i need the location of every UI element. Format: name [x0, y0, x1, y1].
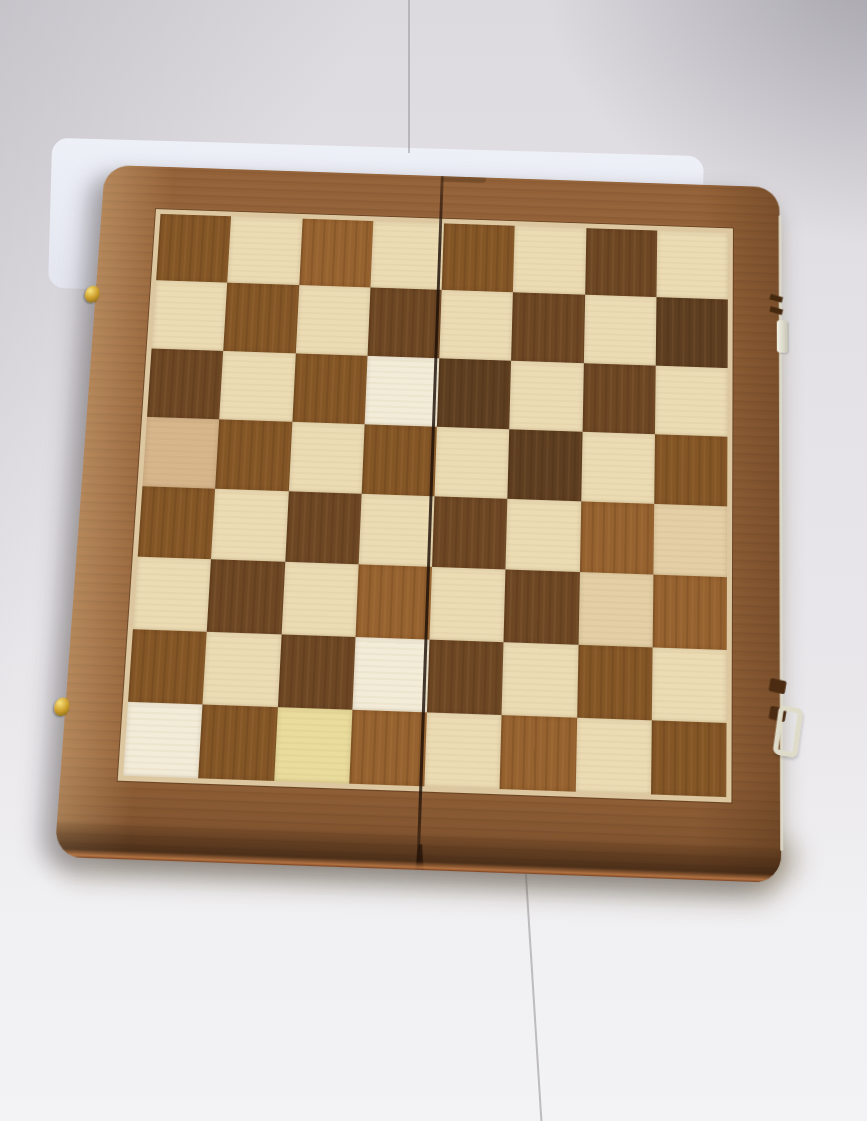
square-d3[interactable]: [355, 565, 432, 640]
square-h4[interactable]: [653, 504, 727, 578]
square-a3[interactable]: [133, 557, 211, 631]
square-h2[interactable]: [652, 647, 727, 723]
square-c5[interactable]: [288, 422, 364, 494]
square-c1[interactable]: [274, 707, 352, 784]
square-g5[interactable]: [581, 432, 655, 504]
latch-slot-icon: [769, 306, 783, 315]
square-h8[interactable]: [656, 231, 728, 300]
square-h6[interactable]: [655, 365, 728, 436]
latch-slot-icon: [769, 294, 783, 303]
square-e2[interactable]: [427, 639, 504, 715]
chess-board: [54, 165, 781, 883]
square-g7[interactable]: [583, 295, 656, 365]
clasp-knuckle-icon: [768, 678, 786, 694]
square-d5[interactable]: [361, 424, 437, 496]
square-h7[interactable]: [655, 297, 727, 367]
brass-hinge-pin-top-icon: [84, 285, 100, 302]
square-g4[interactable]: [579, 501, 654, 574]
square-c7[interactable]: [295, 285, 370, 355]
square-b3[interactable]: [207, 559, 285, 633]
square-e6[interactable]: [437, 358, 511, 429]
square-a1[interactable]: [123, 702, 203, 779]
brass-hinge-pin-bottom-icon: [53, 697, 70, 716]
square-f1[interactable]: [500, 715, 577, 792]
square-h5[interactable]: [654, 434, 727, 506]
square-f7[interactable]: [511, 293, 584, 363]
photo-scene: [0, 0, 867, 1121]
square-e8[interactable]: [442, 223, 515, 292]
square-b8[interactable]: [227, 216, 302, 285]
square-g8[interactable]: [585, 228, 657, 297]
square-g6[interactable]: [582, 363, 655, 434]
square-a7[interactable]: [152, 280, 228, 350]
square-a8[interactable]: [156, 214, 231, 283]
square-c6[interactable]: [292, 353, 367, 424]
square-b4[interactable]: [211, 489, 288, 562]
board-grid: [123, 214, 728, 797]
square-c3[interactable]: [281, 562, 358, 636]
square-b5[interactable]: [215, 419, 292, 491]
square-c4[interactable]: [285, 491, 362, 564]
square-a2[interactable]: [128, 629, 207, 705]
square-c2[interactable]: [277, 634, 355, 710]
square-a5[interactable]: [142, 417, 219, 489]
fold-seam-notch: [415, 844, 424, 870]
square-d1[interactable]: [349, 710, 427, 787]
square-a6[interactable]: [147, 348, 223, 419]
backdrop-seam-bottom: [524, 860, 543, 1121]
square-d7[interactable]: [367, 288, 441, 358]
square-d2[interactable]: [352, 636, 429, 712]
square-b7[interactable]: [223, 283, 298, 353]
square-f6[interactable]: [509, 360, 583, 431]
square-e5[interactable]: [434, 427, 509, 499]
square-d6[interactable]: [364, 355, 439, 426]
backdrop-seam-top: [408, 0, 410, 153]
latch-metal-tab-icon: [777, 320, 788, 353]
square-e3[interactable]: [430, 567, 506, 642]
square-e4[interactable]: [432, 496, 508, 569]
square-b1[interactable]: [198, 704, 277, 781]
board-playfield: [118, 209, 733, 802]
square-f5[interactable]: [508, 429, 582, 501]
square-f4[interactable]: [506, 499, 581, 572]
square-d4[interactable]: [358, 494, 434, 567]
clasp-metal-loop-icon: [772, 705, 803, 758]
square-g2[interactable]: [577, 644, 653, 720]
square-g1[interactable]: [575, 717, 651, 794]
fold-offset-step: [442, 176, 487, 183]
square-b2[interactable]: [203, 631, 281, 707]
square-f2[interactable]: [502, 642, 578, 718]
square-a4[interactable]: [138, 486, 216, 559]
square-b6[interactable]: [219, 350, 295, 421]
square-h1[interactable]: [651, 720, 727, 797]
square-h3[interactable]: [652, 575, 727, 650]
square-f8[interactable]: [513, 226, 586, 295]
square-d8[interactable]: [370, 221, 444, 290]
square-e7[interactable]: [439, 290, 513, 360]
square-c8[interactable]: [299, 219, 373, 288]
square-g3[interactable]: [578, 572, 653, 647]
square-e1[interactable]: [424, 712, 501, 789]
clasp-loop-icon: [761, 679, 796, 763]
square-f3[interactable]: [504, 570, 580, 645]
latch-tab-icon: [770, 295, 790, 362]
